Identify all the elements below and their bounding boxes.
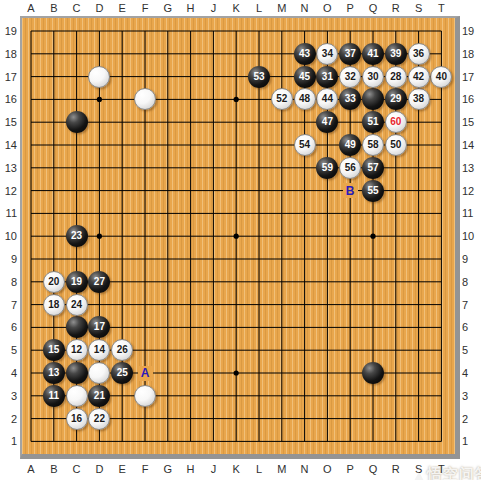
coord-bottom-K: K bbox=[226, 463, 246, 476]
coord-bottom-N: N bbox=[295, 463, 315, 476]
stone-b3: 11 bbox=[43, 385, 65, 407]
coord-left-17: 17 bbox=[0, 71, 17, 84]
coord-top-S: S bbox=[409, 2, 429, 15]
coord-right-14: 14 bbox=[462, 139, 481, 152]
coord-right-19: 19 bbox=[462, 25, 481, 38]
coord-left-2: 2 bbox=[0, 413, 17, 426]
stone-c5: 12 bbox=[66, 339, 88, 361]
coord-left-4: 4 bbox=[0, 367, 17, 380]
stone-s18: 36 bbox=[408, 43, 430, 65]
coord-top-N: N bbox=[295, 2, 315, 15]
stone-c3 bbox=[66, 385, 88, 407]
coord-top-H: H bbox=[181, 2, 201, 15]
stone-b4: 13 bbox=[43, 362, 65, 384]
stone-l17: 53 bbox=[248, 66, 270, 88]
coord-right-13: 13 bbox=[462, 162, 481, 175]
stone-p18: 37 bbox=[339, 43, 361, 65]
stone-s16: 38 bbox=[408, 88, 430, 110]
stone-s17: 42 bbox=[408, 66, 430, 88]
coord-left-6: 6 bbox=[0, 321, 17, 334]
coord-right-17: 17 bbox=[462, 71, 481, 84]
coord-right-9: 9 bbox=[462, 253, 481, 266]
stone-r18: 39 bbox=[385, 43, 407, 65]
coord-left-19: 19 bbox=[0, 25, 17, 38]
coord-left-18: 18 bbox=[0, 48, 17, 61]
coord-bottom-D: D bbox=[89, 463, 109, 476]
coord-right-12: 12 bbox=[462, 185, 481, 198]
stone-b7: 18 bbox=[43, 294, 65, 316]
stone-n18: 43 bbox=[294, 43, 316, 65]
coord-right-6: 6 bbox=[462, 321, 481, 334]
coord-bottom-E: E bbox=[112, 463, 132, 476]
stone-b5: 15 bbox=[43, 339, 65, 361]
coord-bottom-G: G bbox=[158, 463, 178, 476]
stone-p13: 56 bbox=[339, 157, 361, 179]
stone-t17: 40 bbox=[430, 66, 452, 88]
stone-n14: 54 bbox=[294, 134, 316, 156]
coord-right-3: 3 bbox=[462, 390, 481, 403]
coord-top-K: K bbox=[226, 2, 246, 15]
coord-bottom-H: H bbox=[181, 463, 201, 476]
stone-q12: 55 bbox=[362, 180, 384, 202]
point-label-B: B bbox=[343, 183, 358, 198]
coord-top-R: R bbox=[386, 2, 406, 15]
stone-c15 bbox=[66, 111, 88, 133]
coord-top-L: L bbox=[249, 2, 269, 15]
stone-c4 bbox=[66, 362, 88, 384]
coord-bottom-S: S bbox=[409, 463, 429, 476]
stone-c10: 23 bbox=[66, 225, 88, 247]
stone-f3 bbox=[134, 385, 156, 407]
stone-p17: 32 bbox=[339, 66, 361, 88]
coord-top-T: T bbox=[431, 2, 451, 15]
coord-bottom-J: J bbox=[203, 463, 223, 476]
coord-bottom-R: R bbox=[386, 463, 406, 476]
coord-top-D: D bbox=[89, 2, 109, 15]
coord-right-2: 2 bbox=[462, 413, 481, 426]
coord-top-B: B bbox=[44, 2, 64, 15]
coord-top-G: G bbox=[158, 2, 178, 15]
coord-right-1: 1 bbox=[462, 435, 481, 448]
coord-right-8: 8 bbox=[462, 276, 481, 289]
coord-left-8: 8 bbox=[0, 276, 17, 289]
go-board: 1112131415161718192021222324252627282930… bbox=[20, 16, 460, 459]
coord-right-11: 11 bbox=[462, 207, 481, 220]
stone-r17: 28 bbox=[385, 66, 407, 88]
stone-n16: 48 bbox=[294, 88, 316, 110]
coord-top-J: J bbox=[203, 2, 223, 15]
coord-bottom-C: C bbox=[67, 463, 87, 476]
coord-right-7: 7 bbox=[462, 299, 481, 312]
coord-bottom-T: T bbox=[431, 463, 451, 476]
coord-right-15: 15 bbox=[462, 116, 481, 129]
stone-q13: 57 bbox=[362, 157, 384, 179]
coord-left-3: 3 bbox=[0, 390, 17, 403]
coord-left-7: 7 bbox=[0, 299, 17, 312]
coord-left-13: 13 bbox=[0, 162, 17, 175]
coord-bottom-Q: Q bbox=[363, 463, 383, 476]
coord-top-O: O bbox=[317, 2, 337, 15]
stone-b8: 20 bbox=[43, 271, 65, 293]
coord-left-9: 9 bbox=[0, 253, 17, 266]
coord-top-Q: Q bbox=[363, 2, 383, 15]
coord-bottom-F: F bbox=[135, 463, 155, 476]
coord-left-10: 10 bbox=[0, 230, 17, 243]
coord-bottom-A: A bbox=[21, 463, 41, 476]
coord-right-4: 4 bbox=[462, 367, 481, 380]
coord-bottom-M: M bbox=[272, 463, 292, 476]
coord-left-16: 16 bbox=[0, 93, 17, 106]
coord-bottom-P: P bbox=[340, 463, 360, 476]
coord-left-5: 5 bbox=[0, 344, 17, 357]
stone-q18: 41 bbox=[362, 43, 384, 65]
stone-n17: 45 bbox=[294, 66, 316, 88]
coord-right-16: 16 bbox=[462, 93, 481, 106]
coord-bottom-L: L bbox=[249, 463, 269, 476]
stone-q17: 30 bbox=[362, 66, 384, 88]
coord-right-18: 18 bbox=[462, 48, 481, 61]
coord-left-11: 11 bbox=[0, 207, 17, 220]
stone-c7: 24 bbox=[66, 294, 88, 316]
coord-top-A: A bbox=[21, 2, 41, 15]
coord-top-F: F bbox=[135, 2, 155, 15]
coord-top-E: E bbox=[112, 2, 132, 15]
stone-c8: 19 bbox=[66, 271, 88, 293]
coord-top-C: C bbox=[67, 2, 87, 15]
coord-bottom-B: B bbox=[44, 463, 64, 476]
stone-d2: 22 bbox=[88, 408, 110, 430]
coord-top-P: P bbox=[340, 2, 360, 15]
coord-left-14: 14 bbox=[0, 139, 17, 152]
stone-q14: 58 bbox=[362, 134, 384, 156]
stone-o17: 31 bbox=[316, 66, 338, 88]
stone-d17 bbox=[88, 66, 110, 88]
stone-c2: 16 bbox=[66, 408, 88, 430]
coord-right-10: 10 bbox=[462, 230, 481, 243]
stone-c6 bbox=[66, 316, 88, 338]
stone-r15: 60 bbox=[385, 111, 407, 133]
stone-q4 bbox=[362, 362, 384, 384]
coord-bottom-O: O bbox=[317, 463, 337, 476]
point-label-A: A bbox=[138, 366, 153, 381]
stone-r14: 50 bbox=[385, 134, 407, 156]
coord-left-12: 12 bbox=[0, 185, 17, 198]
coord-right-5: 5 bbox=[462, 344, 481, 357]
coord-left-15: 15 bbox=[0, 116, 17, 129]
coord-top-M: M bbox=[272, 2, 292, 15]
go-diagram-page: 1112131415161718192021222324252627282930… bbox=[0, 0, 481, 480]
coord-left-1: 1 bbox=[0, 435, 17, 448]
